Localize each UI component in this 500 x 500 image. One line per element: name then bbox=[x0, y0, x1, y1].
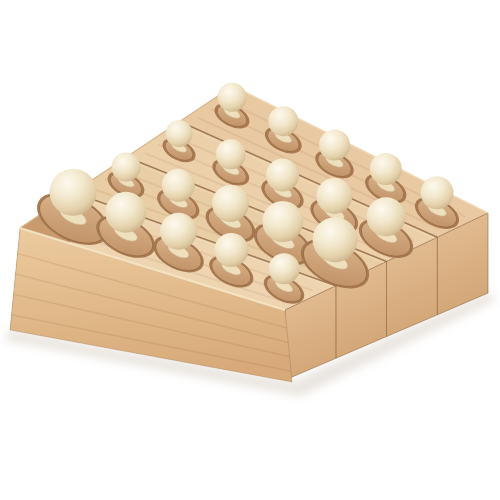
montessori-cylinder-blocks-scene bbox=[0, 0, 500, 500]
knob-ball bbox=[160, 213, 197, 250]
knob-ball bbox=[268, 106, 298, 136]
knob-ball bbox=[367, 197, 406, 236]
product-photo-canvas bbox=[0, 0, 500, 500]
knob-ball bbox=[266, 159, 299, 192]
knob-ball bbox=[105, 192, 146, 233]
knob-ball bbox=[214, 233, 248, 267]
knob-ball bbox=[262, 201, 303, 242]
knob-ball bbox=[216, 139, 246, 169]
knob-ball bbox=[166, 120, 193, 147]
knob-ball bbox=[316, 178, 352, 214]
knob-ball bbox=[421, 176, 454, 209]
knob-ball bbox=[313, 217, 358, 262]
knob-ball bbox=[269, 253, 300, 284]
knob-ball bbox=[212, 185, 249, 222]
knob-ball bbox=[370, 153, 402, 185]
knob-ball bbox=[162, 169, 195, 202]
knob-ball bbox=[319, 130, 350, 161]
knob-ball bbox=[112, 153, 141, 182]
knob-ball bbox=[50, 169, 97, 216]
knob-ball bbox=[218, 83, 247, 112]
